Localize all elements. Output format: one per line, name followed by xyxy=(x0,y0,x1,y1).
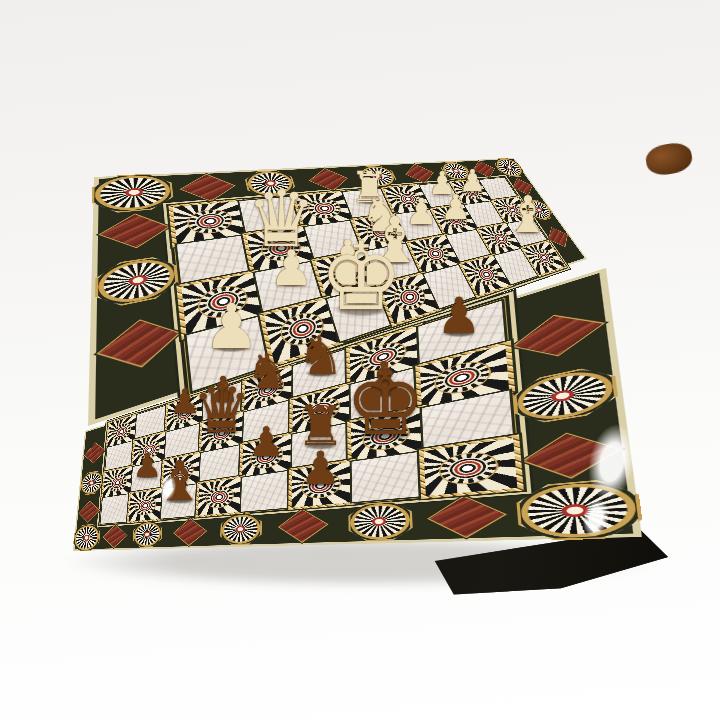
mosaic-star-icon xyxy=(108,472,128,492)
border-wood-diamond xyxy=(85,443,105,463)
border-mosaic-rosette-icon xyxy=(491,158,528,178)
piece-brown-knight-f4[interactable]: ♞ xyxy=(297,329,344,382)
piece-white-king-c5[interactable]: ♚ xyxy=(319,231,403,325)
mosaic-star-icon xyxy=(134,495,156,516)
border-mosaic-rosette-icon xyxy=(348,500,413,542)
mosaic-star-icon xyxy=(438,449,500,487)
mosaic-star-icon xyxy=(205,484,234,509)
board-photo-scene: ♜♟♟♛♞♟♟♟♟♝♝♟♚♟♟♞♞♟♛♟♟♟♜♚♝♟ xyxy=(0,0,720,720)
square-e1[interactable] xyxy=(241,470,292,511)
piece-white-pawn-f7[interactable]: ♟ xyxy=(441,190,472,224)
border-wood-diamond xyxy=(103,525,126,548)
border-wood-diamond xyxy=(514,316,602,355)
mosaic-star-icon xyxy=(530,247,558,269)
border-wood-diamond xyxy=(182,175,234,201)
mosaic-star-icon xyxy=(112,421,132,443)
stray-brown-piece xyxy=(644,140,695,178)
piece-brown-pawn-f1[interactable]: ♟ xyxy=(300,446,341,492)
border-wood-diamond xyxy=(99,321,178,366)
border-wood-diamond xyxy=(101,214,169,247)
piece-brown-queen-d3[interactable]: ♛ xyxy=(193,377,252,442)
border-wood-diamond xyxy=(79,502,99,523)
piece-brown-pawn-h4[interactable]: ♟ xyxy=(437,293,481,343)
piece-brown-pawn-e2[interactable]: ♟ xyxy=(248,422,284,463)
piece-brown-king-g2[interactable]: ♚ xyxy=(345,358,426,448)
border-mosaic-rosette-icon xyxy=(132,520,163,548)
border-mosaic-rosette-icon xyxy=(79,469,104,496)
border-mosaic-rosette-icon xyxy=(95,254,179,311)
border-wood-diamond xyxy=(279,510,326,542)
piece-white-bishop-h6[interactable]: ♝ xyxy=(505,189,550,240)
border-wood-diamond xyxy=(174,519,206,545)
piece-brown-knight-e4[interactable]: ♞ xyxy=(246,348,290,397)
piece-white-pawn-b6[interactable]: ♟ xyxy=(269,244,313,293)
mosaic-star-icon xyxy=(434,356,493,398)
border-mosaic-rosette-icon xyxy=(220,512,262,545)
border-mosaic-rosette-icon xyxy=(512,362,619,427)
border-wood-diamond xyxy=(429,497,504,537)
mosaic-star-icon xyxy=(470,262,503,288)
mosaic-star-icon xyxy=(186,208,235,237)
border-mosaic-rosette-icon xyxy=(91,173,174,215)
border-mosaic-rosette-icon xyxy=(72,523,101,551)
